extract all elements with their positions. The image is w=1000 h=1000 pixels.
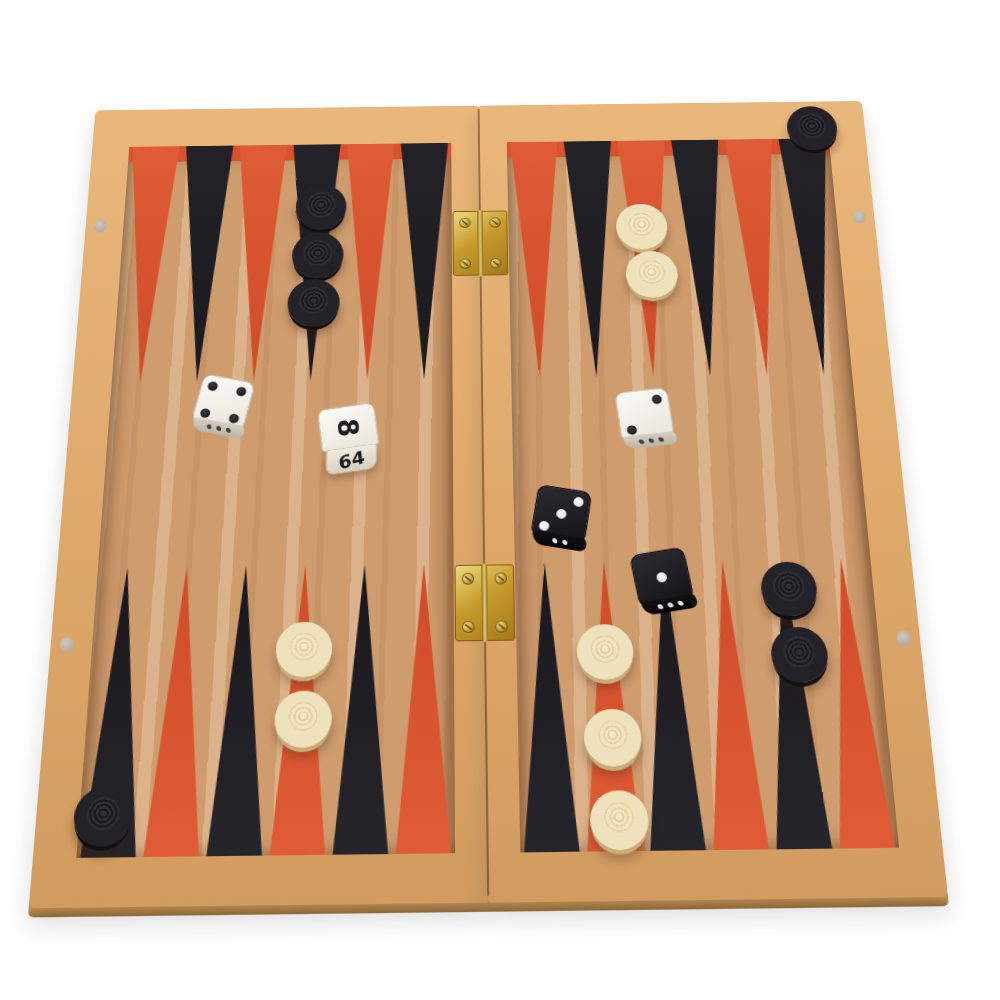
die-pip	[627, 425, 638, 435]
field-right	[507, 138, 899, 852]
die-pip	[539, 520, 551, 531]
die-pip	[228, 413, 240, 424]
pieces-layer-left: 864	[76, 143, 455, 858]
black-die-showing-3[interactable]	[530, 484, 592, 544]
black-checker[interactable]	[286, 279, 339, 327]
die-pip	[207, 382, 219, 393]
die-pip	[572, 497, 583, 508]
hinge-screw-icon	[462, 573, 474, 585]
white-die-showing-2[interactable]	[614, 387, 675, 442]
hinge-screw-icon	[489, 218, 500, 228]
black-checker[interactable]	[759, 561, 819, 616]
white-die-showing-4[interactable]	[191, 374, 256, 432]
product-photo-scene: 864	[0, 0, 1000, 1000]
cream-checker[interactable]	[615, 204, 668, 250]
field-left: 864	[76, 143, 455, 858]
black-checker[interactable]	[71, 786, 133, 846]
die-face	[620, 392, 670, 437]
hinge-screw-icon	[495, 620, 508, 632]
black-die-showing-1[interactable]	[629, 547, 695, 609]
cream-checker[interactable]	[588, 790, 649, 850]
cream-checker[interactable]	[274, 691, 333, 749]
cream-checker[interactable]	[275, 621, 333, 677]
brass-hinge-bottom	[455, 564, 516, 641]
brass-hinge-top	[453, 211, 509, 276]
backgammon-board: 864	[29, 101, 948, 908]
cream-checker[interactable]	[576, 623, 634, 679]
board-half-right	[479, 101, 948, 903]
die-pip	[651, 395, 662, 405]
black-checker[interactable]	[785, 106, 839, 150]
black-checker[interactable]	[770, 626, 831, 682]
black-checker[interactable]	[295, 184, 347, 230]
die-pip	[235, 387, 247, 398]
doubling-cube[interactable]: 864	[317, 403, 383, 477]
hinge-screw-icon	[495, 572, 507, 584]
die-pip	[199, 408, 211, 419]
cream-checker[interactable]	[583, 708, 643, 766]
hinge-screw-icon	[459, 218, 470, 228]
die-pip	[556, 508, 567, 519]
hinge-screw-icon	[459, 259, 471, 269]
cream-checker[interactable]	[625, 251, 679, 298]
hinge-screw-icon	[490, 258, 502, 268]
die-pip	[655, 572, 667, 583]
pieces-layer-right	[507, 138, 899, 852]
black-checker[interactable]	[291, 232, 344, 279]
hinge-screw-icon	[462, 621, 475, 633]
